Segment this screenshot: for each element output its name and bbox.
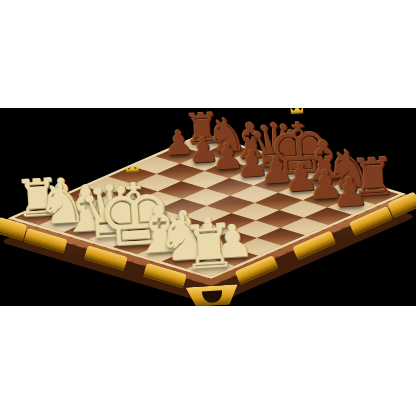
- product-photo: ♜♞♝♛♚♝♞♜♟♟♟♟♟♟♟♟♟♟♟♟♟♟♟♟♜♞♝♛♚♝♞♜: [0, 0, 416, 416]
- gold-crown: [290, 108, 303, 114]
- gold-crown: [126, 164, 139, 173]
- chess-pieces: ♜♞♝♛♚♝♞♜♟♟♟♟♟♟♟♟♟♟♟♟♟♟♟♟♜♞♝♛♚♝♞♜: [0, 108, 416, 306]
- image-background-band: ♜♞♝♛♚♝♞♜♟♟♟♟♟♟♟♟♟♟♟♟♟♟♟♟♜♞♝♛♚♝♞♜: [0, 108, 416, 306]
- chess-set: ♜♞♝♛♚♝♞♜♟♟♟♟♟♟♟♟♟♟♟♟♟♟♟♟♜♞♝♛♚♝♞♜: [0, 108, 416, 306]
- white-rook-h1: ♜: [181, 214, 238, 277]
- brown-pawn-h7: ♟: [331, 171, 369, 213]
